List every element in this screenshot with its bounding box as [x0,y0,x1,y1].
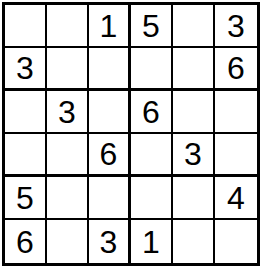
sudoku-cell-r4c1[interactable] [5,134,47,177]
sudoku-cell-r4c5[interactable]: 3 [173,134,215,177]
sudoku-cell-r5c4[interactable] [131,177,173,220]
sudoku-cell-r2c2[interactable] [47,48,89,91]
sudoku-cell-r6c4[interactable]: 1 [131,220,173,263]
sudoku-cell-r6c2[interactable] [47,220,89,263]
sudoku-cell-r4c6[interactable] [215,134,257,177]
sudoku-cell-r5c3[interactable] [89,177,131,220]
sudoku-cell-r3c6[interactable] [215,91,257,134]
sudoku-cell-r2c3[interactable] [89,48,131,91]
sudoku-cell-r5c1[interactable]: 5 [5,177,47,220]
sudoku-cell-r3c5[interactable] [173,91,215,134]
sudoku-cell-r2c1[interactable]: 3 [5,48,47,91]
sudoku-cell-r1c3[interactable]: 1 [89,5,131,48]
sudoku-cell-r3c3[interactable] [89,91,131,134]
sudoku-cell-r1c2[interactable] [47,5,89,48]
sudoku-cell-r1c5[interactable] [173,5,215,48]
sudoku-cell-r6c3[interactable]: 3 [89,220,131,263]
sudoku-cell-r6c5[interactable] [173,220,215,263]
sudoku-cell-r5c2[interactable] [47,177,89,220]
sudoku-cell-r4c4[interactable] [131,134,173,177]
sudoku-cell-r2c4[interactable] [131,48,173,91]
sudoku-cell-r2c5[interactable] [173,48,215,91]
sudoku-cell-r3c4[interactable]: 6 [131,91,173,134]
sudoku-cell-r1c4[interactable]: 5 [131,5,173,48]
sudoku-cell-r1c6[interactable]: 3 [215,5,257,48]
sudoku-cell-r2c6[interactable]: 6 [215,48,257,91]
sudoku-board: 15336366354631 [2,2,260,266]
sudoku-cell-r6c1[interactable]: 6 [5,220,47,263]
sudoku-cell-r3c2[interactable]: 3 [47,91,89,134]
sudoku-cell-r5c5[interactable] [173,177,215,220]
sudoku-cell-r4c3[interactable]: 6 [89,134,131,177]
sudoku-cell-r4c2[interactable] [47,134,89,177]
sudoku-cell-r5c6[interactable]: 4 [215,177,257,220]
sudoku-cell-r3c1[interactable] [5,91,47,134]
sudoku-cell-r1c1[interactable] [5,5,47,48]
sudoku-cell-r6c6[interactable] [215,220,257,263]
